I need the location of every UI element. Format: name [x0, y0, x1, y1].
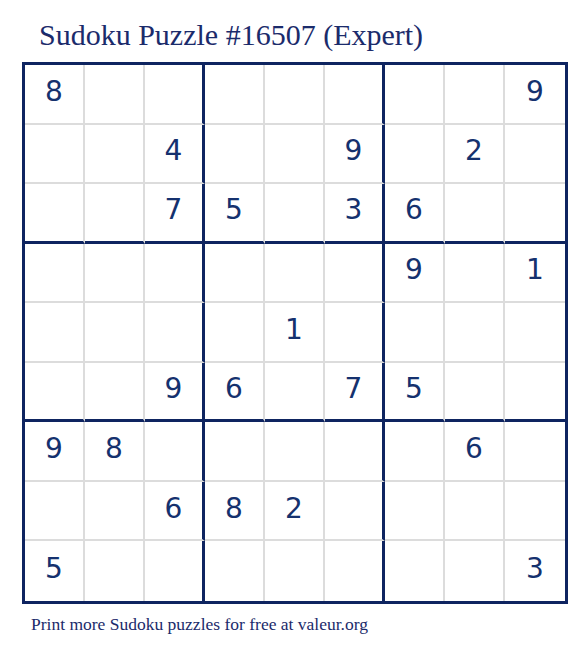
cell-r3c9: [505, 184, 565, 244]
cell-r8c6: [325, 482, 385, 542]
cell-r8c4: 8: [205, 482, 265, 542]
cell-r5c8: [445, 303, 505, 363]
cell-r4c9: 1: [505, 244, 565, 304]
cell-r7c7: [385, 422, 445, 482]
cell-r8c9: [505, 482, 565, 542]
cell-r9c8: [445, 541, 505, 601]
cell-r4c7: 9: [385, 244, 445, 304]
cell-r9c6: [325, 541, 385, 601]
cell-r5c2: [85, 303, 145, 363]
cell-r2c2: [85, 125, 145, 185]
cell-r7c3: [145, 422, 205, 482]
cell-r1c2: [85, 65, 145, 125]
cell-r6c5: [265, 363, 325, 423]
cell-r4c1: [25, 244, 85, 304]
cell-r5c6: [325, 303, 385, 363]
cell-r5c3: [145, 303, 205, 363]
cell-r2c3: 4: [145, 125, 205, 185]
cell-r2c5: [265, 125, 325, 185]
cell-r5c7: [385, 303, 445, 363]
cell-r7c2: 8: [85, 422, 145, 482]
cell-r8c8: [445, 482, 505, 542]
cell-r2c1: [25, 125, 85, 185]
cell-r2c8: 2: [445, 125, 505, 185]
cell-r7c8: 6: [445, 422, 505, 482]
cell-r3c3: 7: [145, 184, 205, 244]
cell-r4c4: [205, 244, 265, 304]
cell-r8c3: 6: [145, 482, 205, 542]
cell-r6c6: 7: [325, 363, 385, 423]
cell-r9c5: [265, 541, 325, 601]
cell-r1c6: [325, 65, 385, 125]
cell-r6c4: 6: [205, 363, 265, 423]
cell-r7c5: [265, 422, 325, 482]
cell-r6c2: [85, 363, 145, 423]
cell-r1c8: [445, 65, 505, 125]
cell-r3c6: 3: [325, 184, 385, 244]
cell-r4c3: [145, 244, 205, 304]
cell-r8c2: [85, 482, 145, 542]
cell-r1c1: 8: [25, 65, 85, 125]
cell-r4c2: [85, 244, 145, 304]
cell-r2c4: [205, 125, 265, 185]
cell-r2c7: [385, 125, 445, 185]
cell-r4c5: [265, 244, 325, 304]
cell-r5c9: [505, 303, 565, 363]
cell-r7c9: [505, 422, 565, 482]
sudoku-grid: 894927536911967598668253: [22, 62, 568, 604]
cell-r4c6: [325, 244, 385, 304]
cell-r9c7: [385, 541, 445, 601]
cell-r1c7: [385, 65, 445, 125]
cell-r1c9: 9: [505, 65, 565, 125]
cell-r6c1: [25, 363, 85, 423]
cell-r2c6: 9: [325, 125, 385, 185]
cell-r9c4: [205, 541, 265, 601]
cell-r3c5: [265, 184, 325, 244]
cell-r5c1: [25, 303, 85, 363]
cell-r6c8: [445, 363, 505, 423]
cell-r6c7: 5: [385, 363, 445, 423]
cell-r5c5: 1: [265, 303, 325, 363]
cell-r3c4: 5: [205, 184, 265, 244]
cell-r1c4: [205, 65, 265, 125]
cell-r3c2: [85, 184, 145, 244]
cell-r1c3: [145, 65, 205, 125]
cell-r2c9: [505, 125, 565, 185]
sudoku-page: Sudoku Puzzle #16507 (Expert) 8949275369…: [0, 0, 580, 651]
cell-r8c1: [25, 482, 85, 542]
cell-r8c5: 2: [265, 482, 325, 542]
cell-r9c3: [145, 541, 205, 601]
cell-r7c6: [325, 422, 385, 482]
cell-r4c8: [445, 244, 505, 304]
cell-r3c8: [445, 184, 505, 244]
cell-r3c1: [25, 184, 85, 244]
cell-r8c7: [385, 482, 445, 542]
cell-r5c4: [205, 303, 265, 363]
cell-r7c4: [205, 422, 265, 482]
cell-r9c9: 3: [505, 541, 565, 601]
cell-r9c2: [85, 541, 145, 601]
cell-r6c9: [505, 363, 565, 423]
cell-r1c5: [265, 65, 325, 125]
cell-r7c1: 9: [25, 422, 85, 482]
cell-r3c7: 6: [385, 184, 445, 244]
cell-r6c3: 9: [145, 363, 205, 423]
page-title: Sudoku Puzzle #16507 (Expert): [39, 18, 423, 52]
footer-text: Print more Sudoku puzzles for free at va…: [31, 614, 368, 635]
cell-r9c1: 5: [25, 541, 85, 601]
